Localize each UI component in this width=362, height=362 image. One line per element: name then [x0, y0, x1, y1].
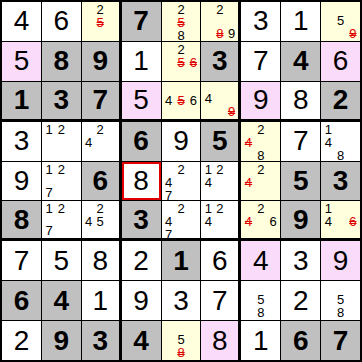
- cell-value: 2: [333, 86, 349, 114]
- cell-r3c8[interactable]: 8: [281, 82, 320, 121]
- cell-r2c6[interactable]: 3: [201, 42, 240, 81]
- candidate-7: 7: [43, 224, 55, 237]
- candidate-2: 2: [214, 163, 226, 176]
- cell-r7c2[interactable]: 5: [42, 241, 81, 280]
- cell-r7c7[interactable]: 4: [241, 241, 280, 280]
- candidate-2: 2: [55, 202, 67, 215]
- candidate-4-eliminated: 4: [242, 176, 254, 189]
- cell-value: 1: [133, 47, 149, 75]
- cell-r8c8[interactable]: 2: [281, 281, 320, 320]
- candidate-grid: 58: [241, 281, 280, 320]
- cell-value: 1: [14, 86, 30, 114]
- cell-value: 4: [54, 287, 70, 315]
- cell-r5c2[interactable]: 127: [42, 162, 81, 201]
- cell-r3c5[interactable]: 456: [162, 82, 201, 121]
- cell-r6c8[interactable]: 9: [281, 201, 320, 240]
- cell-value: 2: [14, 327, 30, 355]
- cell-r8c1[interactable]: 6: [2, 281, 41, 320]
- cell-r9c4[interactable]: 4: [122, 321, 161, 360]
- cell-value: 9: [14, 167, 30, 195]
- candidate-grid: 127: [42, 201, 81, 238]
- candidate-6: 6: [267, 215, 279, 228]
- cell-value: 9: [253, 86, 269, 114]
- candidate-2: 2: [255, 163, 267, 176]
- cell-r3c3[interactable]: 7: [82, 82, 121, 121]
- cell-value: 3: [293, 247, 309, 275]
- cell-value: 5: [212, 127, 228, 155]
- cell-value: 8: [133, 167, 149, 195]
- cell-value: 6: [92, 167, 108, 195]
- candidate-8: 8: [175, 29, 187, 41]
- cell-value: 8: [212, 327, 228, 355]
- cell-value: 3: [92, 327, 108, 355]
- cell-r8c2[interactable]: 4: [42, 281, 81, 320]
- cell-r2c5[interactable]: 256: [162, 42, 201, 81]
- cell-r9c1[interactable]: 2: [2, 321, 41, 360]
- cell-value: 1: [173, 247, 189, 275]
- candidate-9-eliminated: 9: [347, 27, 359, 40]
- candidate-2: 2: [175, 202, 187, 215]
- candidate-grid: 49: [201, 82, 238, 119]
- candidate-grid: 148: [321, 122, 360, 161]
- candidate-grid: 245: [82, 201, 119, 238]
- cell-value: 4: [133, 327, 149, 355]
- candidate-5: 5: [334, 14, 346, 27]
- cell-value: 3: [253, 7, 269, 35]
- cell-value: 4: [14, 7, 30, 35]
- cell-value: 6: [54, 7, 70, 35]
- candidate-2: 2: [175, 163, 187, 176]
- cell-r9c8[interactable]: 6: [281, 321, 320, 360]
- cell-r4c6[interactable]: 5: [201, 122, 240, 161]
- candidate-4-eliminated: 4: [242, 136, 254, 149]
- cell-r4c1[interactable]: 3: [2, 122, 41, 161]
- candidate-1: 1: [43, 202, 55, 215]
- candidate-grid: 24: [82, 122, 119, 161]
- cell-value: 9: [173, 127, 189, 155]
- candidate-2: 2: [255, 123, 267, 136]
- candidate-grid: 12: [42, 122, 81, 161]
- cell-r5c5[interactable]: 247: [162, 162, 201, 201]
- cell-r5c1[interactable]: 9: [2, 162, 41, 201]
- cell-value: 9: [333, 247, 349, 275]
- cell-value: 6: [212, 247, 228, 275]
- candidate-4: 4: [322, 215, 334, 228]
- candidate-4: 4: [163, 176, 175, 189]
- cell-r2c8[interactable]: 4: [281, 42, 320, 81]
- cell-r7c6[interactable]: 6: [201, 241, 240, 280]
- candidate-7: 7: [163, 228, 175, 240]
- candidate-grid: 247: [162, 201, 201, 238]
- candidate-5-eliminated: 5: [175, 56, 187, 69]
- cell-r7c9[interactable]: 9: [321, 241, 360, 280]
- candidate-4: 4: [163, 94, 175, 107]
- cell-value: 4: [293, 47, 309, 75]
- cell-r7c5[interactable]: 1: [162, 241, 201, 280]
- cell-r8c9[interactable]: 58: [321, 281, 360, 320]
- candidate-8: 8: [255, 149, 267, 161]
- cell-value: 3: [173, 287, 189, 315]
- cell-r7c1[interactable]: 7: [2, 241, 41, 280]
- candidate-grid: 146: [321, 201, 360, 238]
- candidate-grid: 25: [82, 2, 119, 41]
- cell-value: 8: [92, 247, 108, 275]
- cell-value: 6: [293, 327, 309, 355]
- cell-value: 7: [293, 127, 309, 155]
- cell-value: 1: [92, 287, 108, 315]
- cell-r3c7[interactable]: 9: [241, 82, 280, 121]
- cell-r6c1[interactable]: 8: [2, 201, 41, 240]
- candidate-4-eliminated: 4: [242, 215, 254, 228]
- cell-r8c6[interactable]: 7: [201, 281, 240, 320]
- candidate-grid: 258: [162, 2, 201, 41]
- cell-r8c4[interactable]: 9: [122, 281, 161, 320]
- candidate-1: 1: [322, 123, 334, 136]
- cell-value: 6: [133, 127, 149, 155]
- cell-r7c8[interactable]: 3: [281, 241, 320, 280]
- candidate-7: 7: [163, 189, 175, 201]
- candidate-6: 6: [187, 94, 199, 107]
- candidate-5: 5: [94, 215, 106, 228]
- cell-r3c2[interactable]: 3: [42, 82, 81, 121]
- cell-r5c7[interactable]: 24: [241, 162, 280, 201]
- cell-r6c9[interactable]: 146: [321, 201, 360, 240]
- cell-r1c8[interactable]: 1: [281, 2, 320, 41]
- cell-r2c4[interactable]: 1: [122, 42, 161, 81]
- candidate-grid: 58: [162, 321, 201, 360]
- cell-value: 3: [133, 206, 149, 234]
- candidate-grid: 256: [162, 42, 201, 81]
- cell-r8c3[interactable]: 1: [82, 281, 121, 320]
- cell-r9c5[interactable]: 58: [162, 321, 201, 360]
- cell-r9c6[interactable]: 8: [201, 321, 240, 360]
- cell-r1c4[interactable]: 7: [122, 2, 161, 41]
- cell-r2c7[interactable]: 7: [241, 42, 280, 81]
- candidate-4: 4: [202, 215, 214, 228]
- candidate-8: 8: [255, 306, 267, 319]
- cell-r2c3[interactable]: 9: [82, 42, 121, 81]
- cell-value: 7: [333, 327, 349, 355]
- candidate-2: 2: [214, 3, 226, 16]
- cell-value: 5: [133, 86, 149, 114]
- cell-r3c6[interactable]: 49: [201, 82, 240, 121]
- cell-r4c5[interactable]: 9: [162, 122, 201, 161]
- cell-r3c1[interactable]: 1: [2, 82, 41, 121]
- candidate-8-eliminated: 8: [214, 27, 226, 40]
- candidate-grid: 248: [241, 122, 280, 161]
- candidate-7: 7: [43, 186, 55, 199]
- candidate-1: 1: [43, 123, 55, 136]
- cell-value: 9: [92, 47, 108, 75]
- candidate-2: 2: [55, 123, 67, 136]
- cell-r9c3[interactable]: 3: [82, 321, 121, 360]
- cell-r1c1[interactable]: 4: [2, 2, 41, 41]
- cell-value: 7: [92, 86, 108, 114]
- candidate-2: 2: [175, 43, 187, 56]
- candidate-4: 4: [202, 92, 214, 105]
- cell-r1c6[interactable]: 289: [201, 2, 240, 41]
- candidate-2: 2: [94, 123, 106, 136]
- candidate-9-eliminated: 9: [226, 105, 238, 118]
- cell-value: 3: [333, 167, 349, 195]
- candidate-6-eliminated: 6: [347, 215, 359, 228]
- candidate-2: 2: [214, 202, 226, 215]
- cell-r2c1[interactable]: 5: [2, 42, 41, 81]
- cell-value: 8: [293, 86, 309, 114]
- cell-r5c8[interactable]: 5: [281, 162, 320, 201]
- cell-value: 2: [293, 287, 309, 315]
- cell-r6c3[interactable]: 245: [82, 201, 121, 240]
- sudoku-board: 4625725828931595891256374613754564998231…: [0, 0, 362, 362]
- candidate-2: 2: [55, 163, 67, 176]
- candidate-6-eliminated: 6: [187, 56, 199, 69]
- candidate-grid: 127: [42, 162, 81, 201]
- cell-r6c5[interactable]: 247: [162, 201, 201, 240]
- candidate-5-eliminated: 5: [175, 94, 187, 107]
- cell-value: 7: [14, 247, 30, 275]
- cell-r5c3[interactable]: 6: [82, 162, 121, 201]
- candidate-4: 4: [83, 136, 95, 149]
- cell-value: 4: [253, 247, 269, 275]
- cell-r9c2[interactable]: 9: [42, 321, 81, 360]
- cell-value: 9: [293, 206, 309, 234]
- cell-r5c4[interactable]: 8: [122, 162, 161, 201]
- candidate-8-eliminated: 8: [175, 346, 187, 359]
- cell-r3c9[interactable]: 2: [321, 82, 360, 121]
- cell-value: 8: [54, 47, 70, 75]
- cell-value: 5: [54, 247, 70, 275]
- cell-value: 5: [293, 167, 309, 195]
- cell-value: 1: [253, 327, 269, 355]
- cell-r1c9[interactable]: 59: [321, 2, 360, 41]
- candidate-grid: 289: [201, 2, 238, 41]
- candidate-8: 8: [334, 149, 346, 161]
- cell-r1c5[interactable]: 258: [162, 2, 201, 41]
- cell-value: 1: [293, 7, 309, 35]
- cell-r8c7[interactable]: 58: [241, 281, 280, 320]
- cell-value: 3: [14, 127, 30, 155]
- candidate-4: 4: [83, 215, 95, 228]
- cell-r6c6[interactable]: 124: [201, 201, 240, 240]
- cell-value: 6: [333, 47, 349, 75]
- candidate-5-eliminated: 5: [94, 16, 106, 29]
- cell-r9c7[interactable]: 1: [241, 321, 280, 360]
- cell-r4c9[interactable]: 148: [321, 122, 360, 161]
- cell-value: 3: [212, 47, 228, 75]
- cell-r5c6[interactable]: 124: [201, 162, 240, 201]
- cell-value: 6: [14, 287, 30, 315]
- cell-r6c2[interactable]: 127: [42, 201, 81, 240]
- cell-r4c3[interactable]: 24: [82, 122, 121, 161]
- cell-value: 2: [133, 247, 149, 275]
- cell-r8c5[interactable]: 3: [162, 281, 201, 320]
- cell-value: 9: [133, 287, 149, 315]
- cell-r7c3[interactable]: 8: [82, 241, 121, 280]
- cell-r1c3[interactable]: 25: [82, 2, 121, 41]
- candidate-2: 2: [255, 202, 267, 215]
- candidate-grid: 247: [162, 162, 201, 201]
- candidate-9: 9: [226, 27, 238, 40]
- cell-r4c8[interactable]: 7: [281, 122, 320, 161]
- candidate-grid: 124: [201, 201, 238, 238]
- candidate-grid: 59: [321, 2, 360, 41]
- cell-r1c2[interactable]: 6: [42, 2, 81, 41]
- cell-r4c2[interactable]: 12: [42, 122, 81, 161]
- candidate-grid: 246: [241, 201, 280, 238]
- candidate-1: 1: [202, 163, 214, 176]
- cell-r5c9[interactable]: 3: [321, 162, 360, 201]
- cell-r9c9[interactable]: 7: [321, 321, 360, 360]
- cell-r7c4[interactable]: 2: [122, 241, 161, 280]
- cell-value: 8: [14, 206, 30, 234]
- cell-r6c4[interactable]: 3: [122, 201, 161, 240]
- cell-r1c7[interactable]: 3: [241, 2, 280, 41]
- cell-value: 7: [212, 287, 228, 315]
- candidate-4: 4: [322, 136, 334, 149]
- cell-r4c4[interactable]: 6: [122, 122, 161, 161]
- candidate-grid: 456: [162, 82, 201, 119]
- cell-value: 5: [14, 47, 30, 75]
- cell-r3c4[interactable]: 5: [122, 82, 161, 121]
- cell-r6c7[interactable]: 246: [241, 201, 280, 240]
- cell-value: 3: [54, 86, 70, 114]
- cell-value: 7: [133, 7, 149, 35]
- candidate-8: 8: [334, 306, 346, 319]
- cell-r2c9[interactable]: 6: [321, 42, 360, 81]
- cell-r4c7[interactable]: 248: [241, 122, 280, 161]
- candidate-grid: 124: [201, 162, 238, 201]
- candidate-4: 4: [202, 176, 214, 189]
- cell-value: 7: [253, 47, 269, 75]
- candidate-1: 1: [43, 163, 55, 176]
- cell-value: 9: [54, 327, 70, 355]
- candidate-grid: 58: [321, 281, 360, 320]
- candidate-grid: 24: [241, 162, 280, 201]
- cell-r2c2[interactable]: 8: [42, 42, 81, 81]
